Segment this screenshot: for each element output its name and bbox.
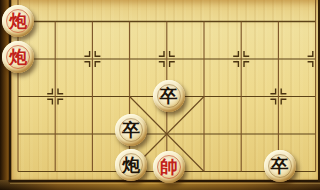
piece-black-soldier-e3[interactable]: 卒: [153, 80, 185, 112]
piece-red-cannon-a4[interactable]: 炮: [2, 41, 34, 73]
piece-glyph: 帥: [153, 151, 185, 183]
piece-glyph: 炮: [2, 5, 34, 37]
piece-glyph: 卒: [115, 114, 147, 146]
pieces-layer: 炮炮卒卒炮帥卒: [0, 0, 320, 190]
piece-red-general-e1[interactable]: 帥: [153, 151, 185, 183]
piece-glyph: 卒: [153, 80, 185, 112]
piece-black-soldier-d2[interactable]: 卒: [115, 114, 147, 146]
piece-black-cannon-d1[interactable]: 炮: [115, 149, 147, 181]
piece-glyph: 卒: [264, 150, 296, 182]
piece-red-cannon-a5[interactable]: 炮: [2, 5, 34, 37]
xiangqi-board-screenshot: 炮炮卒卒炮帥卒: [0, 0, 320, 190]
piece-glyph: 炮: [115, 149, 147, 181]
piece-glyph: 炮: [2, 41, 34, 73]
piece-black-soldier-h1[interactable]: 卒: [264, 150, 296, 182]
